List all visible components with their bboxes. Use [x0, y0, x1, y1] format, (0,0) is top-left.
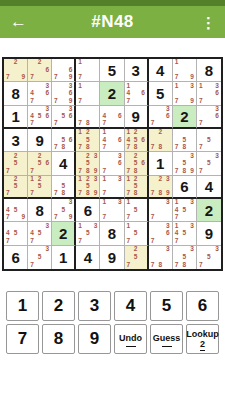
cell-r8c9[interactable]: 9: [197, 222, 221, 245]
candidate-1: 1: [197, 82, 205, 89]
cell-r7c9[interactable]: 2: [197, 199, 221, 222]
pencil-marks: 12578: [76, 129, 99, 151]
candidate-6: 6: [67, 136, 74, 143]
candidate-8: 8: [132, 167, 139, 174]
candidate-7: 7: [125, 144, 132, 151]
cell-r2c5[interactable]: 2: [100, 82, 124, 105]
candidate-8: [12, 74, 20, 81]
placed-digit: 6: [84, 203, 92, 218]
cell-r4c5[interactable]: 1467: [100, 129, 124, 152]
candidate-6: 6: [213, 113, 221, 120]
candidate-7: 7: [125, 214, 132, 221]
pencil-marks: 157: [125, 222, 147, 244]
cell-r7c8[interactable]: 13457: [173, 199, 197, 222]
pencil-marks: 367: [100, 152, 123, 174]
candidate-1: 1: [76, 176, 84, 183]
candidate-7: 7: [125, 190, 132, 197]
cell-r5c4[interactable]: 235789: [76, 152, 100, 175]
candidate-9: 9: [67, 97, 74, 104]
cell-r2c2[interactable]: 3467: [28, 82, 52, 105]
underline-bar: [162, 346, 172, 347]
cell-r4c8[interactable]: 578: [173, 129, 197, 152]
candidate-1: [76, 106, 84, 113]
placed-digit: 4: [84, 250, 92, 265]
candidate-5: 5: [84, 230, 92, 237]
candidate-6: [92, 66, 100, 73]
candidate-6: [213, 160, 221, 167]
candidate-5: [84, 90, 92, 97]
candidate-8: 8: [132, 144, 139, 151]
candidate-9: [139, 97, 146, 104]
cell-r3c2[interactable]: 34567: [28, 106, 52, 129]
candidate-1: [52, 199, 59, 206]
cell-r1c3[interactable]: 679: [52, 59, 76, 82]
candidate-2: [132, 82, 139, 89]
candidate-7: 7: [100, 144, 108, 151]
cell-r5c2[interactable]: 2567: [28, 152, 52, 175]
cell-r7c7[interactable]: 37: [149, 199, 173, 222]
cell-r6c2[interactable]: 1257: [28, 176, 52, 199]
cell-r4c1[interactable]: 3: [4, 129, 28, 152]
candidate-3: 3: [67, 199, 74, 206]
cell-r4c9[interactable]: 57: [197, 129, 221, 152]
undo-label: Undo: [119, 333, 142, 343]
pencil-marks: 357: [197, 246, 221, 269]
candidate-7: 7: [125, 237, 132, 244]
pencil-marks: 1245678: [125, 129, 147, 151]
pencil-marks: 37: [149, 199, 172, 221]
candidate-1: [173, 246, 181, 254]
cell-r1c4[interactable]: 17: [76, 59, 100, 82]
candidate-3: [19, 176, 27, 183]
cell-r4c3[interactable]: 5678: [52, 129, 76, 152]
placed-digit: 2: [180, 109, 188, 124]
candidate-8: 8: [156, 144, 164, 151]
candidate-9: [164, 120, 172, 127]
cell-r5c9[interactable]: 357: [197, 152, 221, 175]
candidate-7: 7: [197, 144, 205, 151]
candidate-1: 1: [76, 59, 84, 66]
lookup-button[interactable]: Lookup2: [186, 324, 219, 354]
cell-r1c2[interactable]: 267: [28, 59, 52, 82]
candidate-8: 8: [60, 190, 67, 197]
cell-r6c5[interactable]: 137: [100, 176, 124, 199]
cell-r3c7[interactable]: 367: [149, 106, 173, 129]
candidate-1: 1: [125, 176, 132, 183]
pencil-marks: 257: [4, 152, 27, 174]
candidate-5: [108, 206, 116, 213]
candidate-9: [67, 120, 74, 127]
candidate-3: [139, 199, 146, 206]
candidate-3: [19, 222, 27, 229]
candidate-2: 2: [156, 129, 164, 136]
candidate-9: [116, 144, 124, 151]
candidate-7: 7: [197, 97, 205, 104]
candidate-9: [116, 167, 124, 174]
cell-r4c7[interactable]: 278: [149, 129, 173, 152]
candidate-6: 6: [164, 230, 172, 237]
candidate-8: [108, 144, 116, 151]
pencil-marks: 367: [197, 106, 221, 127]
candidate-3: [213, 129, 221, 136]
candidate-5: 5: [205, 253, 213, 261]
candidate-3: [139, 246, 146, 254]
candidate-8: [108, 120, 116, 127]
candidate-8: 8: [84, 120, 92, 127]
pencil-marks: 357: [197, 152, 221, 174]
placed-digit: 1: [11, 109, 19, 124]
candidate-8: [180, 74, 188, 81]
placed-digit: 1: [156, 156, 164, 171]
candidate-7: 7: [76, 167, 84, 174]
candidate-9: [213, 97, 221, 104]
candidate-3: [67, 176, 74, 183]
candidate-7: 7: [149, 144, 157, 151]
cell-r3c4[interactable]: 78: [76, 106, 100, 129]
candidate-7: 7: [125, 167, 132, 174]
candidate-8: 8: [84, 144, 92, 151]
candidate-7: 7: [149, 261, 157, 269]
keypad-row-2: 789UndoGuessLookup2: [6, 324, 222, 354]
digit-button-5[interactable]: 5: [150, 291, 183, 321]
candidate-9: [164, 214, 172, 221]
cell-r6c7[interactable]: 23789: [149, 176, 173, 199]
cell-r1c9[interactable]: 8: [197, 59, 221, 82]
candidate-5: [132, 90, 139, 97]
cell-r9c8[interactable]: 3578: [173, 246, 197, 269]
candidate-8: [84, 237, 92, 244]
candidate-5: [108, 136, 116, 143]
candidate-8: [12, 237, 20, 244]
cell-r6c8[interactable]: 6: [173, 176, 197, 199]
candidate-7: 7: [4, 237, 12, 244]
candidate-8: [36, 167, 44, 174]
cell-r8c2[interactable]: 3457: [28, 222, 52, 245]
cell-r6c1[interactable]: 257: [4, 176, 28, 199]
cell-r7c1[interactable]: 4579: [4, 199, 28, 222]
cell-r7c6[interactable]: 157: [125, 199, 149, 222]
cell-r8c4[interactable]: 1357: [76, 222, 100, 245]
cell-r9c9[interactable]: 357: [197, 246, 221, 269]
candidate-9: [213, 120, 221, 127]
cell-r8c6[interactable]: 157: [125, 222, 149, 245]
cell-r2c9[interactable]: 1367: [197, 82, 221, 105]
cell-r3c9[interactable]: 367: [197, 106, 221, 129]
candidate-7: 7: [173, 237, 181, 244]
candidate-7: 7: [100, 190, 108, 197]
candidate-6: 6: [139, 136, 146, 143]
cell-r5c8[interactable]: 35789: [173, 152, 197, 175]
cell-r6c6[interactable]: 12578: [125, 176, 149, 199]
candidate-3: 3: [164, 176, 172, 183]
candidate-9: [116, 214, 124, 221]
cell-r6c9[interactable]: 4: [197, 176, 221, 199]
cell-r2c3[interactable]: 3679: [52, 82, 76, 105]
candidate-5: [156, 206, 164, 213]
pencil-marks: 3578: [173, 246, 196, 269]
candidate-7: 7: [28, 167, 36, 174]
cell-r3c8[interactable]: 2: [173, 106, 197, 129]
candidate-7: 7: [125, 261, 132, 269]
cell-r1c6[interactable]: 3: [125, 59, 149, 82]
cell-r9c2[interactable]: 357: [28, 246, 52, 269]
pencil-marks: 3457: [28, 222, 51, 244]
cell-r8c7[interactable]: 367: [149, 222, 173, 245]
digit-button-2[interactable]: 2: [42, 291, 75, 321]
candidate-6: 6: [164, 113, 172, 120]
candidate-5: [108, 183, 116, 190]
cell-r2c7[interactable]: 5: [149, 82, 173, 105]
pencil-marks: 78: [76, 106, 99, 127]
cell-r5c1[interactable]: 257: [4, 152, 28, 175]
placed-digit: 8: [205, 63, 213, 78]
candidate-8: [180, 97, 188, 104]
pencil-marks: 157: [125, 199, 147, 221]
cell-r8c5[interactable]: 8: [100, 222, 124, 245]
placed-digit: 5: [108, 63, 116, 78]
cell-r8c8[interactable]: 13457: [173, 222, 197, 245]
candidate-8: [36, 97, 44, 104]
candidate-7: 7: [52, 74, 59, 81]
cell-r5c5[interactable]: 367: [100, 152, 124, 175]
candidate-6: [139, 183, 146, 190]
candidate-6: [213, 136, 221, 143]
candidate-9: [188, 144, 196, 151]
candidate-8: [205, 261, 213, 269]
candidate-6: [19, 230, 27, 237]
candidate-7: 7: [149, 237, 157, 244]
cell-r6c3[interactable]: 578: [52, 176, 76, 199]
pencil-marks: 1257: [28, 176, 51, 197]
candidate-9: [213, 261, 221, 269]
cell-r2c8[interactable]: 1379: [173, 82, 197, 105]
candidate-8: [12, 214, 20, 221]
cell-r7c5[interactable]: 137: [100, 199, 124, 222]
candidate-8: [180, 237, 188, 244]
candidate-1: [173, 152, 181, 159]
candidate-3: 3: [44, 246, 52, 254]
digit-button-8[interactable]: 8: [42, 324, 75, 354]
candidate-1: [52, 106, 59, 113]
cell-r3c1[interactable]: 1: [4, 106, 28, 129]
digit-button-7[interactable]: 7: [6, 324, 39, 354]
digit-button-4[interactable]: 4: [114, 291, 147, 321]
guess-button[interactable]: Guess: [150, 324, 183, 354]
digit-button-6[interactable]: 6: [186, 291, 219, 321]
candidate-1: [197, 129, 205, 136]
digit-button-1[interactable]: 1: [6, 291, 39, 321]
pencil-marks: 3679: [52, 82, 74, 104]
candidate-7: 7: [28, 261, 36, 269]
cell-r3c3[interactable]: 3567: [52, 106, 76, 129]
candidate-9: [164, 237, 172, 244]
pencil-marks: 378: [149, 246, 172, 269]
candidate-8: [205, 144, 213, 151]
candidate-9: [92, 97, 100, 104]
candidate-7: 7: [76, 237, 84, 244]
candidate-7: 7: [28, 190, 36, 197]
undo-button[interactable]: Undo: [114, 324, 147, 354]
cell-r1c7[interactable]: 4: [149, 59, 173, 82]
cell-r9c7[interactable]: 378: [149, 246, 173, 269]
candidate-2: [156, 106, 164, 113]
cell-r9c4[interactable]: 4: [76, 246, 100, 269]
candidate-8: [60, 120, 67, 127]
placed-digit: 4: [205, 179, 213, 194]
candidate-5: [12, 66, 20, 73]
pencil-marks: 17: [76, 82, 99, 104]
candidate-6: 6: [116, 136, 124, 143]
candidate-1: [52, 82, 59, 89]
candidate-8: 8: [180, 144, 188, 151]
cell-r9c6[interactable]: 257: [125, 246, 149, 269]
candidate-1: [4, 176, 12, 183]
cell-r9c1[interactable]: 6: [4, 246, 28, 269]
candidate-7: 7: [52, 214, 59, 221]
cell-r2c4[interactable]: 17: [76, 82, 100, 105]
candidate-9: 9: [19, 214, 27, 221]
candidate-8: 8: [132, 190, 139, 197]
digit-button-3[interactable]: 3: [78, 291, 111, 321]
pencil-marks: 235789: [76, 152, 99, 174]
cell-r4c2[interactable]: 9: [28, 129, 52, 152]
digit-button-9[interactable]: 9: [78, 324, 111, 354]
keypad-row-1: 123456: [6, 291, 222, 321]
candidate-8: [12, 167, 20, 174]
candidate-5: 5: [36, 160, 44, 167]
sudoku-board: 2792676791753417988346736791721467513791…: [2, 57, 223, 271]
candidate-8: [108, 167, 116, 174]
candidate-5: 5: [180, 230, 188, 237]
cell-r1c5[interactable]: 5: [100, 59, 124, 82]
pencil-marks: 25678: [125, 152, 147, 174]
pencil-marks: 457: [4, 222, 27, 244]
candidate-9: [44, 120, 52, 127]
candidate-3: 3: [164, 199, 172, 206]
candidate-9: 9: [164, 190, 172, 197]
cell-r3c6[interactable]: 9: [125, 106, 149, 129]
candidate-3: 3: [188, 222, 196, 229]
candidate-6: [139, 206, 146, 213]
candidate-1: [52, 129, 59, 136]
candidate-1: [149, 199, 157, 206]
candidate-1: [4, 152, 12, 159]
candidate-3: 3: [213, 152, 221, 159]
candidate-1: [149, 222, 157, 229]
cell-r7c4[interactable]: 6: [76, 199, 100, 222]
pencil-marks: 1467: [125, 82, 147, 104]
candidate-5: 5: [132, 253, 139, 261]
candidate-5: [205, 90, 213, 97]
pencil-marks: 137: [100, 176, 123, 197]
candidate-2: [84, 82, 92, 89]
candidate-1: [28, 152, 36, 159]
placed-digit: 9: [131, 109, 139, 124]
candidate-6: [92, 90, 100, 97]
app-screen: ← #N48 ⋮ 2792676791753417988346736791721…: [0, 0, 225, 400]
candidate-9: [139, 261, 146, 269]
candidate-3: 3: [188, 246, 196, 254]
candidate-9: [92, 120, 100, 127]
candidate-5: 5: [60, 113, 67, 120]
candidate-9: 9: [92, 190, 100, 197]
candidate-6: [139, 230, 146, 237]
candidate-1: 1: [100, 199, 108, 206]
candidate-6: [164, 253, 172, 261]
candidate-3: 3: [188, 152, 196, 159]
placed-digit: 2: [59, 226, 67, 241]
candidate-7: 7: [100, 167, 108, 174]
cell-r7c3[interactable]: 3579: [52, 199, 76, 222]
candidate-8: [108, 190, 116, 197]
candidate-9: 9: [188, 167, 196, 174]
candidate-6: 6: [44, 66, 52, 73]
pencil-marks: 279: [4, 59, 27, 81]
candidate-6: [213, 253, 221, 261]
cell-r2c6[interactable]: 1467: [125, 82, 149, 105]
cell-r5c7[interactable]: 1: [149, 152, 173, 175]
placed-digit: 4: [59, 156, 67, 171]
candidate-7: 7: [149, 190, 157, 197]
candidate-2: [60, 59, 67, 66]
candidate-2: [205, 82, 213, 89]
pencil-marks: 1367: [197, 82, 221, 104]
candidate-6: 6: [44, 113, 52, 120]
cell-r3c5[interactable]: 467: [100, 106, 124, 129]
candidate-1: 1: [76, 82, 84, 89]
cell-r4c4[interactable]: 12578: [76, 129, 100, 152]
candidate-6: 6: [44, 90, 52, 97]
placed-digit: 8: [11, 86, 19, 101]
candidate-7: 7: [76, 190, 84, 197]
candidate-6: [116, 183, 124, 190]
candidate-9: [67, 144, 74, 151]
cell-r2c1[interactable]: 8: [4, 82, 28, 105]
placed-digit: 3: [11, 133, 19, 148]
pencil-marks: 1467: [100, 129, 123, 151]
candidate-8: 8: [84, 167, 92, 174]
candidate-7: 7: [173, 74, 181, 81]
pencil-marks: 4579: [4, 199, 27, 221]
cell-r8c3[interactable]: 2: [52, 222, 76, 245]
cell-r5c6[interactable]: 25678: [125, 152, 149, 175]
candidate-6: 6: [44, 160, 52, 167]
candidate-1: [149, 246, 157, 254]
cell-r9c5[interactable]: 9: [100, 246, 124, 269]
cell-r1c1[interactable]: 279: [4, 59, 28, 82]
candidate-9: [44, 97, 52, 104]
cell-r8c1[interactable]: 457: [4, 222, 28, 245]
cell-r4c6[interactable]: 1245678: [125, 129, 149, 152]
pencil-marks: 17: [76, 59, 99, 81]
candidate-6: [139, 253, 146, 261]
pencil-marks: 12578: [125, 176, 147, 197]
candidate-2: [180, 82, 188, 89]
candidate-5: [36, 66, 44, 73]
candidate-9: [188, 261, 196, 269]
cell-r9c3[interactable]: 1: [52, 246, 76, 269]
candidate-6: [164, 206, 172, 213]
candidate-5: [36, 90, 44, 97]
cell-r1c8[interactable]: 179: [173, 59, 197, 82]
cell-r6c4[interactable]: 1235789: [76, 176, 100, 199]
placed-digit: 5: [156, 86, 164, 101]
candidate-8: [156, 120, 164, 127]
candidate-7: 7: [4, 74, 12, 81]
cell-r7c2[interactable]: 8: [28, 199, 52, 222]
cell-r5c3[interactable]: 4: [52, 152, 76, 175]
candidate-6: [19, 183, 27, 190]
